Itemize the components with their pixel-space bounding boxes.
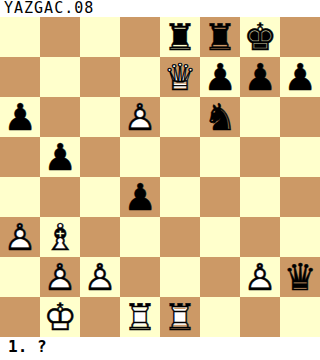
square-h4[interactable]: [280, 177, 320, 217]
square-c2[interactable]: ♟♙: [80, 257, 120, 297]
square-b1[interactable]: ♚♔: [40, 297, 80, 337]
square-f5[interactable]: [200, 137, 240, 177]
square-d8[interactable]: [120, 17, 160, 57]
square-g3[interactable]: [240, 217, 280, 257]
square-g8[interactable]: ♚: [240, 17, 280, 57]
square-a3[interactable]: ♟♙: [0, 217, 40, 257]
square-b2[interactable]: ♟♙: [40, 257, 80, 297]
black-pawn[interactable]: ♟: [0, 97, 40, 137]
chess-puzzle-window: YAZGAC.08 ♜♜♚♛♕♟♟♟♟♟♙♞♟♟♟♙♝♗♟♙♟♙♟♙♛♚♔♜♖♜…: [0, 0, 320, 360]
black-queen[interactable]: ♛: [280, 257, 320, 297]
square-h7[interactable]: ♟: [280, 57, 320, 97]
white-pawn[interactable]: ♟♙: [40, 257, 80, 297]
black-rook[interactable]: ♜: [200, 17, 240, 57]
square-h3[interactable]: [280, 217, 320, 257]
black-pawn[interactable]: ♟: [200, 57, 240, 97]
square-a2[interactable]: [0, 257, 40, 297]
square-f6[interactable]: ♞: [200, 97, 240, 137]
square-d1[interactable]: ♜♖: [120, 297, 160, 337]
square-g6[interactable]: [240, 97, 280, 137]
white-pawn[interactable]: ♟♙: [120, 97, 160, 137]
square-e6[interactable]: [160, 97, 200, 137]
chess-board: ♜♜♚♛♕♟♟♟♟♟♙♞♟♟♟♙♝♗♟♙♟♙♟♙♛♚♔♜♖♜♖: [0, 17, 320, 337]
square-d6[interactable]: ♟♙: [120, 97, 160, 137]
square-f1[interactable]: [200, 297, 240, 337]
black-pawn[interactable]: ♟: [240, 57, 280, 97]
square-g4[interactable]: [240, 177, 280, 217]
square-g1[interactable]: [240, 297, 280, 337]
square-a1[interactable]: [0, 297, 40, 337]
square-b7[interactable]: [40, 57, 80, 97]
square-h8[interactable]: [280, 17, 320, 57]
square-g7[interactable]: ♟: [240, 57, 280, 97]
square-c7[interactable]: [80, 57, 120, 97]
black-pawn[interactable]: ♟: [120, 177, 160, 217]
square-e7[interactable]: ♛♕: [160, 57, 200, 97]
white-rook[interactable]: ♜♖: [120, 297, 160, 337]
square-c5[interactable]: [80, 137, 120, 177]
square-d4[interactable]: ♟: [120, 177, 160, 217]
black-pawn[interactable]: ♟: [280, 57, 320, 97]
square-h1[interactable]: [280, 297, 320, 337]
square-c6[interactable]: [80, 97, 120, 137]
square-h5[interactable]: [280, 137, 320, 177]
white-bishop[interactable]: ♝♗: [40, 217, 80, 257]
square-h6[interactable]: [280, 97, 320, 137]
square-e3[interactable]: [160, 217, 200, 257]
black-rook[interactable]: ♜: [160, 17, 200, 57]
square-c8[interactable]: [80, 17, 120, 57]
square-d2[interactable]: [120, 257, 160, 297]
square-e2[interactable]: [160, 257, 200, 297]
white-pawn[interactable]: ♟♙: [0, 217, 40, 257]
square-h2[interactable]: ♛: [280, 257, 320, 297]
square-d5[interactable]: [120, 137, 160, 177]
puzzle-title: YAZGAC.08: [0, 0, 320, 17]
square-a5[interactable]: [0, 137, 40, 177]
square-d7[interactable]: [120, 57, 160, 97]
square-c4[interactable]: [80, 177, 120, 217]
square-b5[interactable]: ♟: [40, 137, 80, 177]
square-e5[interactable]: [160, 137, 200, 177]
square-d3[interactable]: [120, 217, 160, 257]
square-f8[interactable]: ♜: [200, 17, 240, 57]
square-f3[interactable]: [200, 217, 240, 257]
square-a8[interactable]: [0, 17, 40, 57]
square-f4[interactable]: [200, 177, 240, 217]
square-b6[interactable]: [40, 97, 80, 137]
square-a7[interactable]: [0, 57, 40, 97]
black-king[interactable]: ♚: [240, 17, 280, 57]
square-b8[interactable]: [40, 17, 80, 57]
square-a6[interactable]: ♟: [0, 97, 40, 137]
black-pawn[interactable]: ♟: [40, 137, 80, 177]
square-f7[interactable]: ♟: [200, 57, 240, 97]
white-rook[interactable]: ♜♖: [160, 297, 200, 337]
square-b4[interactable]: [40, 177, 80, 217]
square-g5[interactable]: [240, 137, 280, 177]
square-e4[interactable]: [160, 177, 200, 217]
white-king[interactable]: ♚♔: [40, 297, 80, 337]
square-b3[interactable]: ♝♗: [40, 217, 80, 257]
square-g2[interactable]: ♟♙: [240, 257, 280, 297]
move-prompt: 1. ?: [0, 337, 320, 360]
square-a4[interactable]: [0, 177, 40, 217]
square-e1[interactable]: ♜♖: [160, 297, 200, 337]
black-knight[interactable]: ♞: [200, 97, 240, 137]
square-e8[interactable]: ♜: [160, 17, 200, 57]
square-c1[interactable]: [80, 297, 120, 337]
square-c3[interactable]: [80, 217, 120, 257]
white-queen[interactable]: ♛♕: [160, 57, 200, 97]
square-f2[interactable]: [200, 257, 240, 297]
white-pawn[interactable]: ♟♙: [80, 257, 120, 297]
white-pawn[interactable]: ♟♙: [240, 257, 280, 297]
